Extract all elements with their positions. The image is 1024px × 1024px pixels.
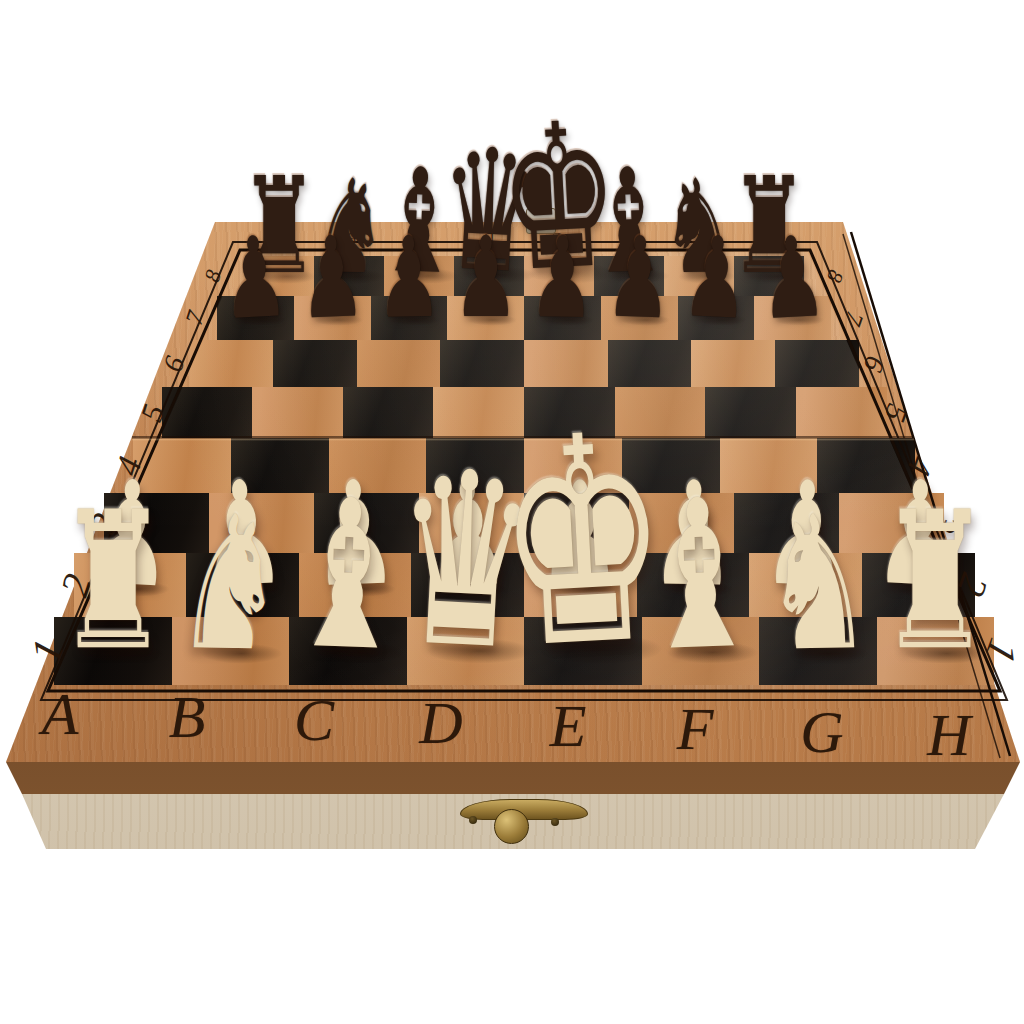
piece-black-pawn-b7: ♟ (297, 221, 367, 335)
chess-set-photo: ABCDEFGH ABCDEFGH 12345678 12345678 ♜♞♝♛… (0, 0, 1024, 1024)
piece-white-knight-g1: ♞ (761, 491, 874, 678)
piece-black-pawn-c7: ♟ (375, 222, 443, 335)
latch-screw-right (551, 818, 559, 826)
piece-black-pawn-g7: ♟ (680, 221, 752, 336)
piece-black-pawn-f7: ♟ (604, 221, 674, 335)
piece-black-pawn-a7: ♟ (220, 221, 292, 336)
piece-white-bishop-f1: ♝ (636, 471, 764, 680)
piece-white-rook-h1: ♜ (879, 487, 991, 677)
latch-screw-left (469, 816, 477, 824)
piece-white-knight-b1: ♞ (174, 491, 287, 678)
piece-black-pawn-e7: ♟ (528, 222, 596, 335)
piece-white-rook-a1: ♜ (57, 487, 169, 677)
pieces-layer: ♜♞♝♛♚♝♞♜♟♟♟♟♟♟♟♟♟♟♟♟♟♟♟♟♜♞♝♛♚♝♞♜ (0, 0, 1024, 1024)
front-latch-knob (494, 809, 529, 844)
piece-black-pawn-d7: ♟ (453, 223, 519, 334)
piece-black-pawn-h7: ♟ (757, 221, 829, 336)
